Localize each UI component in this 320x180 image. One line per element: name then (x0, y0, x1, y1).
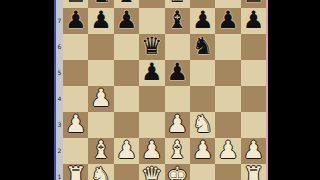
white-queen: ♛ (141, 163, 163, 180)
white-knight: ♞ (90, 163, 112, 180)
black-pawn: ♟ (65, 7, 87, 33)
square-f3: ♞ (190, 112, 215, 138)
square-e2: ♝ (165, 138, 190, 164)
square-d6: ♛ (139, 34, 164, 60)
square-g1 (215, 164, 240, 180)
letterbox-right (268, 0, 320, 180)
rank-label-5: 5 (56, 68, 63, 78)
square-e6 (165, 34, 190, 60)
chess-board: ♜♞♝♚♜♟♟♟♝♟♟♟♛♞♟♟♟♟♟♞♝♟♟♝♟♟♟♜♞♛♚♜ (63, 0, 266, 180)
square-h5 (241, 60, 266, 86)
square-b6 (88, 34, 113, 60)
square-e5: ♟ (165, 60, 190, 86)
square-b5 (88, 60, 113, 86)
square-d1: ♛ (139, 164, 164, 180)
square-d4 (139, 86, 164, 112)
black-pawn: ♟ (243, 7, 265, 33)
square-a4 (63, 86, 88, 112)
square-e1: ♚ (165, 164, 190, 180)
square-d8 (139, 0, 164, 8)
square-g3 (215, 112, 240, 138)
square-h1: ♜ (241, 164, 266, 180)
square-b7: ♟ (88, 8, 113, 34)
square-d3 (139, 112, 164, 138)
white-knight: ♞ (192, 111, 214, 137)
white-pawn: ♟ (243, 137, 265, 163)
video-frame: 87654321 ♜♞♝♚♜♟♟♟♝♟♟♟♛♞♟♟♟♟♟♞♝♟♟♝♟♟♟♜♞♛♚… (0, 0, 320, 180)
square-e7: ♝ (165, 8, 190, 34)
square-c1 (114, 164, 139, 180)
square-g4 (215, 86, 240, 112)
square-g5 (215, 60, 240, 86)
square-b4: ♟ (88, 86, 113, 112)
square-f4 (190, 86, 215, 112)
black-pawn: ♟ (217, 7, 239, 33)
board-grid: ♜♞♝♚♜♟♟♟♝♟♟♟♛♞♟♟♟♟♟♞♝♟♟♝♟♟♟♜♞♛♚♜ (63, 0, 266, 180)
white-pawn: ♟ (192, 137, 214, 163)
white-pawn: ♟ (65, 111, 87, 137)
rank-label-2: 2 (56, 146, 63, 156)
square-e4 (165, 86, 190, 112)
black-knight: ♞ (192, 33, 214, 59)
square-f7: ♟ (190, 8, 215, 34)
square-a3: ♟ (63, 112, 88, 138)
rank-label-4: 4 (56, 94, 63, 104)
rank-label-7: 7 (56, 16, 63, 26)
square-e3: ♟ (165, 112, 190, 138)
white-pawn: ♟ (167, 111, 189, 137)
square-c2: ♟ (114, 138, 139, 164)
square-c4 (114, 86, 139, 112)
rank-label-3: 3 (56, 120, 63, 130)
square-f2: ♟ (190, 138, 215, 164)
square-f5 (190, 60, 215, 86)
square-h3 (241, 112, 266, 138)
square-c7: ♟ (114, 8, 139, 34)
square-h2: ♟ (241, 138, 266, 164)
square-d2: ♟ (139, 138, 164, 164)
black-queen: ♛ (141, 33, 163, 59)
square-g7: ♟ (215, 8, 240, 34)
black-pawn: ♟ (90, 7, 112, 33)
square-a2 (63, 138, 88, 164)
white-bishop: ♝ (90, 137, 112, 163)
square-a1: ♜ (63, 164, 88, 180)
square-a7: ♟ (63, 8, 88, 34)
square-h4 (241, 86, 266, 112)
white-rook: ♜ (65, 163, 87, 180)
white-pawn: ♟ (90, 85, 112, 111)
square-g2: ♟ (215, 138, 240, 164)
white-bishop: ♝ (167, 137, 189, 163)
black-pawn: ♟ (167, 59, 189, 85)
square-h6 (241, 34, 266, 60)
square-d7 (139, 8, 164, 34)
white-king: ♚ (167, 163, 189, 180)
white-pawn: ♟ (141, 137, 163, 163)
white-pawn: ♟ (116, 137, 138, 163)
square-b2: ♝ (88, 138, 113, 164)
square-c6 (114, 34, 139, 60)
square-h7: ♟ (241, 8, 266, 34)
rank-coordinates: 87654321 (56, 0, 63, 180)
white-pawn: ♟ (217, 137, 239, 163)
square-d5: ♟ (139, 60, 164, 86)
rank-label-1: 1 (56, 172, 63, 180)
square-a6 (63, 34, 88, 60)
rank-label-6: 6 (56, 42, 63, 52)
white-rook: ♜ (243, 163, 265, 180)
black-pawn: ♟ (192, 7, 214, 33)
square-f6: ♞ (190, 34, 215, 60)
square-b1: ♞ (88, 164, 113, 180)
square-a5 (63, 60, 88, 86)
square-c5 (114, 60, 139, 86)
black-pawn: ♟ (116, 7, 138, 33)
square-g6 (215, 34, 240, 60)
square-b3 (88, 112, 113, 138)
black-bishop: ♝ (167, 7, 189, 33)
black-pawn: ♟ (141, 59, 163, 85)
square-f1 (190, 164, 215, 180)
board-right-edge (266, 0, 268, 180)
square-c3 (114, 112, 139, 138)
letterbox-left (0, 0, 54, 180)
